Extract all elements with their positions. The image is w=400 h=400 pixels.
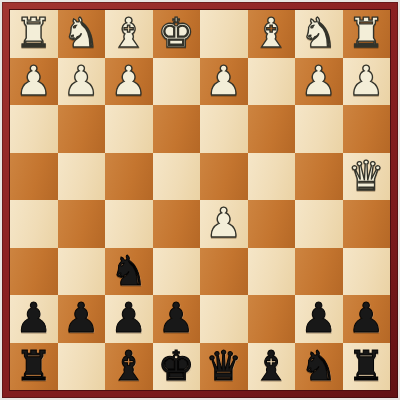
black-queen: ♛ [205,346,242,387]
white-pawn: ♟ [300,61,337,102]
square-d8[interactable]: ♛ [200,343,248,391]
square-c1[interactable]: ♝ [248,10,296,58]
square-e8[interactable]: ♚ [153,343,201,391]
square-b1[interactable]: ♞ [295,10,343,58]
square-g8[interactable] [58,343,106,391]
black-rook: ♜ [348,346,385,387]
square-e5[interactable] [153,200,201,248]
square-f8[interactable]: ♝ [105,343,153,391]
white-bishop: ♝ [110,13,147,54]
square-g3[interactable] [58,105,106,153]
black-pawn: ♟ [348,298,385,339]
white-pawn: ♟ [205,61,242,102]
black-bishop: ♝ [253,346,290,387]
black-rook: ♜ [15,346,52,387]
white-king: ♚ [158,13,195,54]
square-h4[interactable] [10,153,58,201]
white-queen: ♛ [348,156,385,197]
square-d3[interactable] [200,105,248,153]
square-g1[interactable]: ♞ [58,10,106,58]
black-pawn: ♟ [110,298,147,339]
white-rook: ♜ [15,13,52,54]
square-c6[interactable] [248,248,296,296]
black-pawn: ♟ [15,298,52,339]
diagram-outer-edge: ♜♞♝♚♝♞♜♟♟♟♟♟♟♛♟♞♟♟♟♟♟♟♜♝♚♛♝♞♜ [0,0,400,400]
square-c3[interactable] [248,105,296,153]
square-h3[interactable] [10,105,58,153]
square-c4[interactable] [248,153,296,201]
square-e6[interactable] [153,248,201,296]
chess-board: ♜♞♝♚♝♞♜♟♟♟♟♟♟♛♟♞♟♟♟♟♟♟♜♝♚♛♝♞♜ [10,10,390,390]
square-c8[interactable]: ♝ [248,343,296,391]
square-h5[interactable] [10,200,58,248]
square-g7[interactable]: ♟ [58,295,106,343]
square-a8[interactable]: ♜ [343,343,391,391]
square-b6[interactable] [295,248,343,296]
square-f2[interactable]: ♟ [105,58,153,106]
square-f4[interactable] [105,153,153,201]
white-pawn: ♟ [15,61,52,102]
white-knight: ♞ [63,13,100,54]
square-c2[interactable] [248,58,296,106]
square-a5[interactable] [343,200,391,248]
square-g5[interactable] [58,200,106,248]
square-a1[interactable]: ♜ [343,10,391,58]
square-b8[interactable]: ♞ [295,343,343,391]
square-a6[interactable] [343,248,391,296]
square-a3[interactable] [343,105,391,153]
square-f3[interactable] [105,105,153,153]
square-a2[interactable]: ♟ [343,58,391,106]
black-pawn: ♟ [63,298,100,339]
white-bishop: ♝ [253,13,290,54]
black-knight: ♞ [110,251,147,292]
square-b7[interactable]: ♟ [295,295,343,343]
square-d5[interactable]: ♟ [200,200,248,248]
square-e7[interactable]: ♟ [153,295,201,343]
square-f1[interactable]: ♝ [105,10,153,58]
square-g2[interactable]: ♟ [58,58,106,106]
square-d6[interactable] [200,248,248,296]
square-f7[interactable]: ♟ [105,295,153,343]
square-g4[interactable] [58,153,106,201]
white-knight: ♞ [300,13,337,54]
square-d1[interactable] [200,10,248,58]
square-g6[interactable] [58,248,106,296]
square-e4[interactable] [153,153,201,201]
square-b5[interactable] [295,200,343,248]
square-b4[interactable] [295,153,343,201]
black-pawn: ♟ [158,298,195,339]
black-knight: ♞ [300,346,337,387]
white-pawn: ♟ [110,61,147,102]
square-h7[interactable]: ♟ [10,295,58,343]
white-pawn: ♟ [348,61,385,102]
square-a7[interactable]: ♟ [343,295,391,343]
square-a4[interactable]: ♛ [343,153,391,201]
square-e3[interactable] [153,105,201,153]
square-d4[interactable] [200,153,248,201]
black-king: ♚ [158,346,195,387]
board-frame: ♜♞♝♚♝♞♜♟♟♟♟♟♟♛♟♞♟♟♟♟♟♟♜♝♚♛♝♞♜ [2,2,398,398]
square-d2[interactable]: ♟ [200,58,248,106]
square-f5[interactable] [105,200,153,248]
black-bishop: ♝ [110,346,147,387]
square-b2[interactable]: ♟ [295,58,343,106]
square-h6[interactable] [10,248,58,296]
square-h8[interactable]: ♜ [10,343,58,391]
square-e1[interactable]: ♚ [153,10,201,58]
square-c5[interactable] [248,200,296,248]
square-c7[interactable] [248,295,296,343]
square-e2[interactable] [153,58,201,106]
square-d7[interactable] [200,295,248,343]
white-rook: ♜ [348,13,385,54]
white-pawn: ♟ [205,203,242,244]
white-pawn: ♟ [63,61,100,102]
square-f6[interactable]: ♞ [105,248,153,296]
square-h1[interactable]: ♜ [10,10,58,58]
square-b3[interactable] [295,105,343,153]
square-h2[interactable]: ♟ [10,58,58,106]
black-pawn: ♟ [300,298,337,339]
